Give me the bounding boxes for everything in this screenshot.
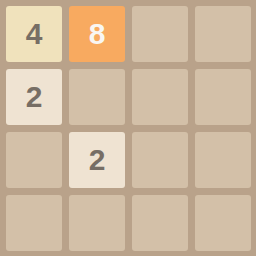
game-board-2048[interactable]: 4822: [0, 0, 256, 256]
empty-cell: [195, 69, 251, 125]
empty-cell: [69, 195, 125, 251]
empty-cell: [132, 132, 188, 188]
tile-2: 2: [6, 69, 62, 125]
empty-cell: [132, 195, 188, 251]
empty-cell: [69, 69, 125, 125]
tile-4: 4: [6, 6, 62, 62]
empty-cell: [195, 6, 251, 62]
empty-cell: [195, 195, 251, 251]
tile-8: 8: [69, 6, 125, 62]
empty-cell: [195, 132, 251, 188]
tile-2: 2: [69, 132, 125, 188]
empty-cell: [6, 132, 62, 188]
empty-cell: [132, 69, 188, 125]
empty-cell: [6, 195, 62, 251]
empty-cell: [132, 6, 188, 62]
